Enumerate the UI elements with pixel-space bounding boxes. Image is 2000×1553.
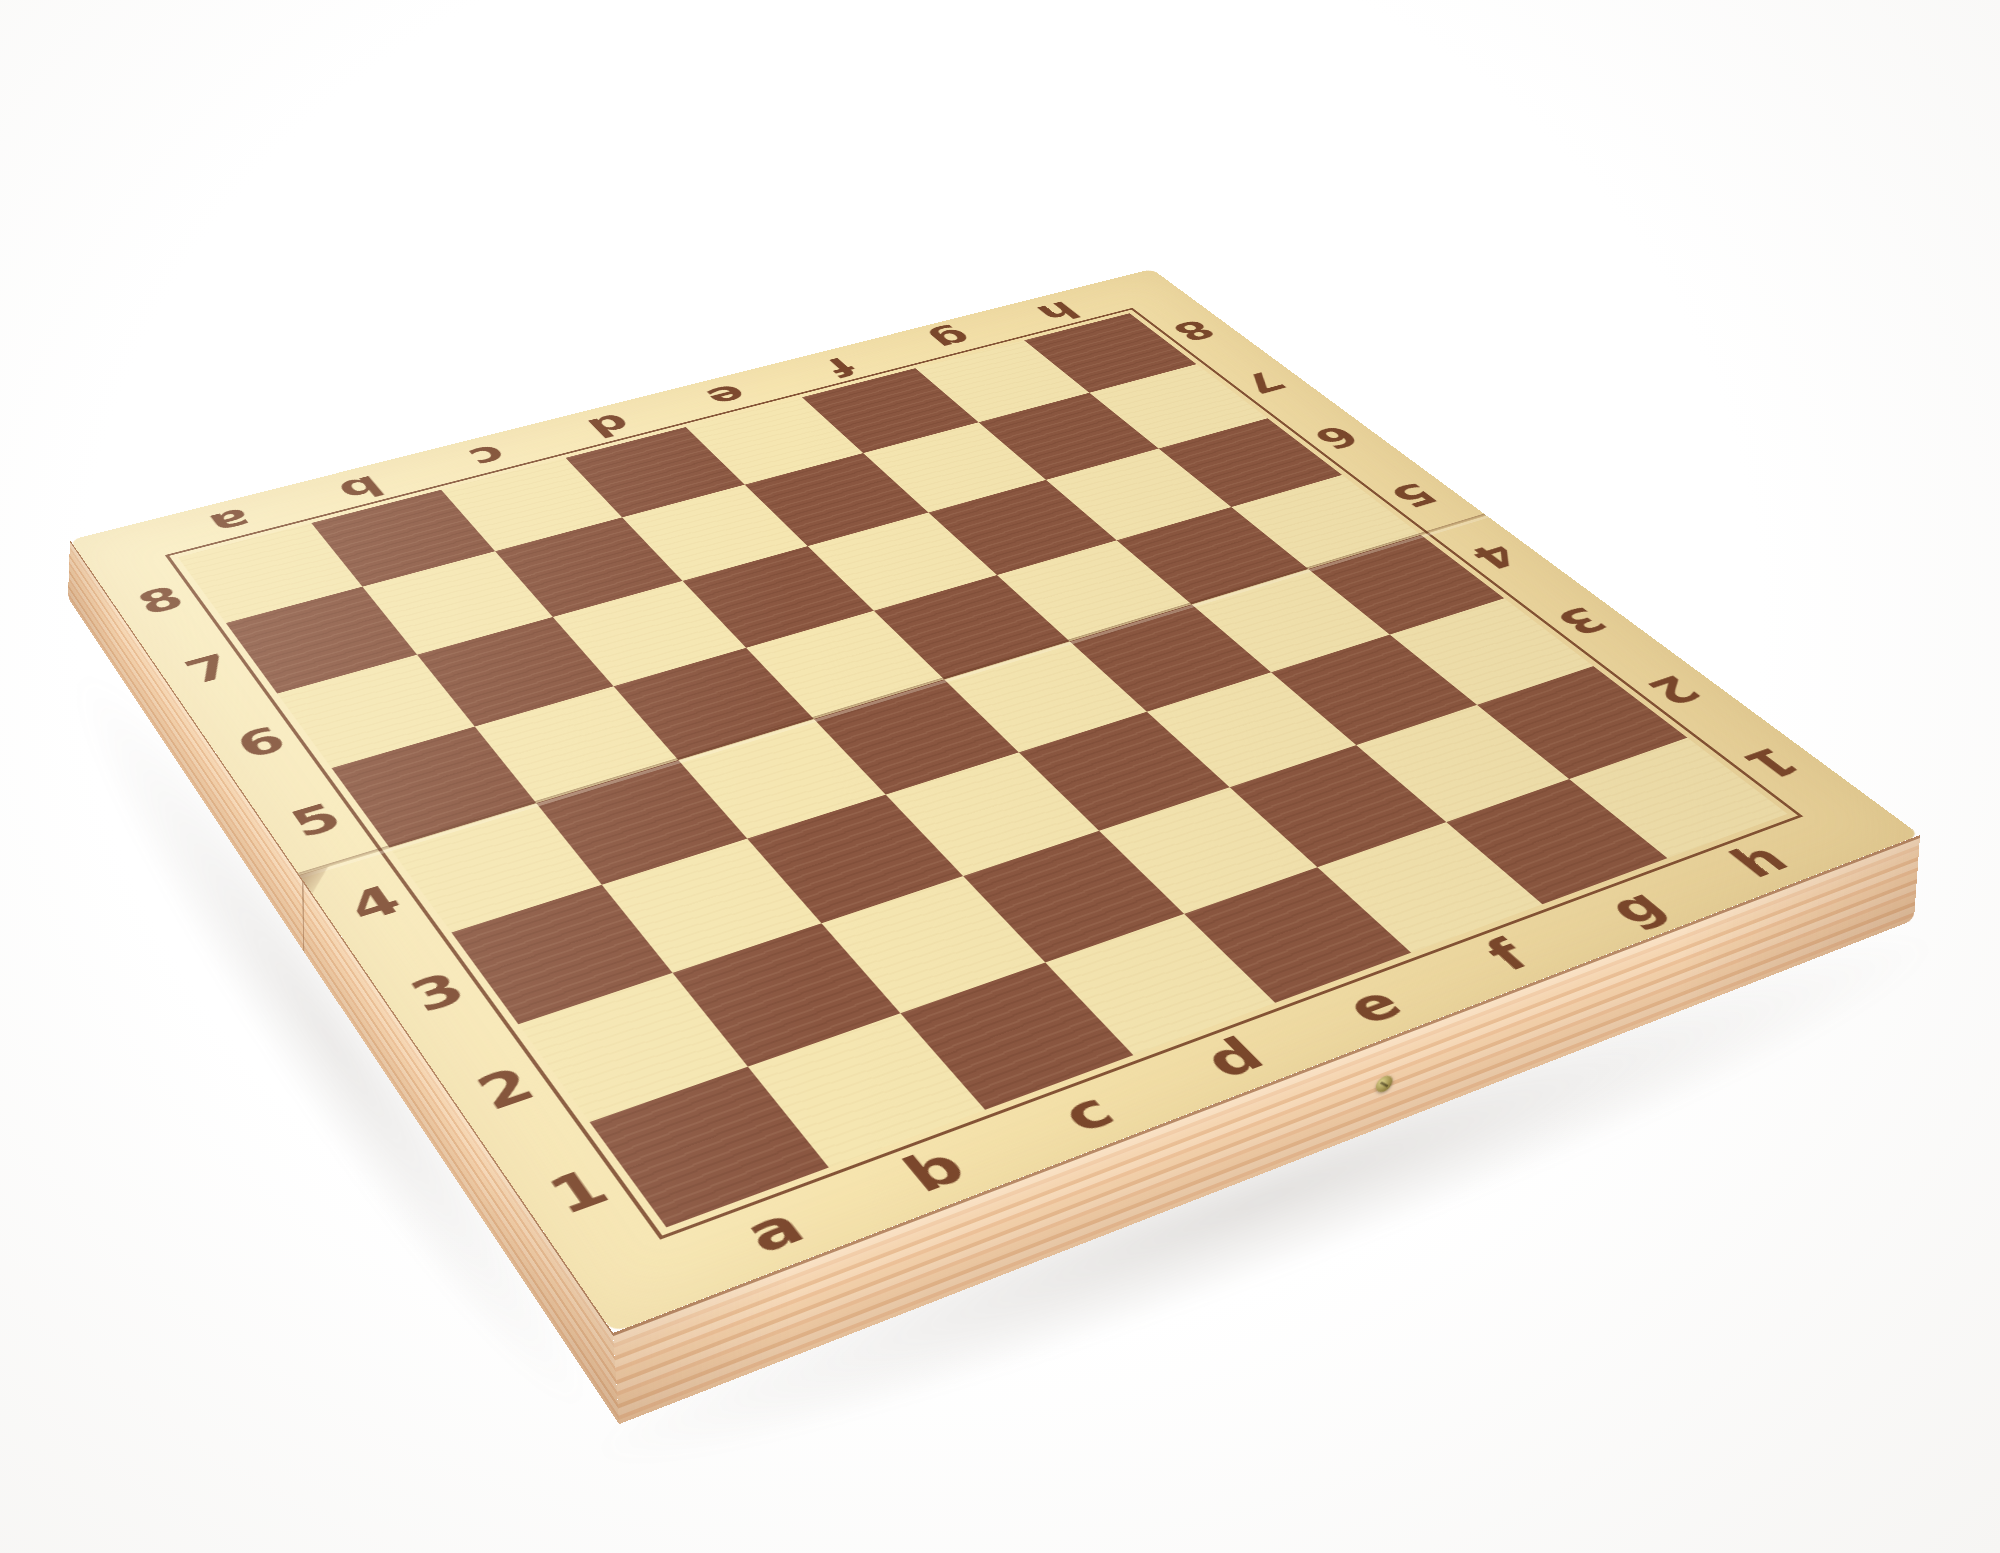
folding-chessboard: 88aa77bb66cc55dd44ee33ff22gg11hh — [0, 0, 2000, 1553]
chessboard-top: 88aa77bb66cc55dd44ee33ff22gg11hh — [70, 269, 1920, 1333]
hinge-screw — [1375, 1073, 1392, 1094]
fold-gap-left-side — [302, 881, 304, 952]
